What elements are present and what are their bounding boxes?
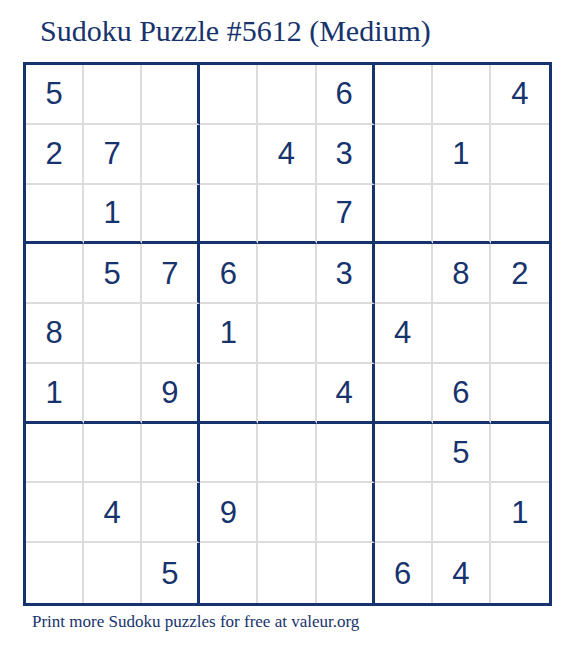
sudoku-cell-r6c8[interactable]: 6 [433,364,491,424]
sudoku-cell-r6c9[interactable] [491,364,549,424]
sudoku-cell-r7c7[interactable] [375,424,433,484]
sudoku-cell-r2c9[interactable] [491,125,549,185]
sudoku-cell-r7c3[interactable] [142,424,200,484]
sudoku-cell-r5c1[interactable]: 8 [26,304,84,364]
sudoku-cell-r5c2[interactable] [84,304,142,364]
sudoku-cell-r2c4[interactable] [200,125,258,185]
sudoku-cell-r3c7[interactable] [375,185,433,245]
sudoku-cell-r7c6[interactable] [317,424,375,484]
sudoku-cell-r4c3[interactable]: 7 [142,244,200,304]
sudoku-cell-r1c5[interactable] [258,65,316,125]
sudoku-cell-r9c4[interactable] [200,543,258,603]
sudoku-cell-r2c2[interactable]: 7 [84,125,142,185]
sudoku-cell-r2c3[interactable] [142,125,200,185]
sudoku-cell-r9c6[interactable] [317,543,375,603]
sudoku-cell-r4c6[interactable]: 3 [317,244,375,304]
sudoku-cell-r4c8[interactable]: 8 [433,244,491,304]
sudoku-cell-r1c9[interactable]: 4 [491,65,549,125]
sudoku-cell-r7c9[interactable] [491,424,549,484]
sudoku-cell-r3c5[interactable] [258,185,316,245]
sudoku-cell-r5c5[interactable] [258,304,316,364]
sudoku-cell-r7c4[interactable] [200,424,258,484]
sudoku-cell-r9c3[interactable]: 5 [142,543,200,603]
sudoku-cell-r3c9[interactable] [491,185,549,245]
sudoku-cell-r1c3[interactable] [142,65,200,125]
sudoku-cell-r3c4[interactable] [200,185,258,245]
sudoku-board: 564274311757638281419465491564 [23,62,552,606]
puzzle-title: Sudoku Puzzle #5612 (Medium) [40,14,431,48]
sudoku-cell-r6c7[interactable] [375,364,433,424]
sudoku-cell-r6c5[interactable] [258,364,316,424]
sudoku-cell-r9c5[interactable] [258,543,316,603]
sudoku-cell-r2c5[interactable]: 4 [258,125,316,185]
sudoku-cell-r1c7[interactable] [375,65,433,125]
sudoku-cell-r3c2[interactable]: 1 [84,185,142,245]
sudoku-cell-r8c4[interactable]: 9 [200,483,258,543]
sudoku-cell-r8c6[interactable] [317,483,375,543]
sudoku-cell-r4c2[interactable]: 5 [84,244,142,304]
sudoku-cell-r1c2[interactable] [84,65,142,125]
sudoku-cell-r1c6[interactable]: 6 [317,65,375,125]
sudoku-cell-r4c5[interactable] [258,244,316,304]
sudoku-cell-r8c2[interactable]: 4 [84,483,142,543]
sudoku-cell-r4c7[interactable] [375,244,433,304]
sudoku-cell-r8c3[interactable] [142,483,200,543]
sudoku-cell-r9c9[interactable] [491,543,549,603]
sudoku-cell-r4c9[interactable]: 2 [491,244,549,304]
footer-note: Print more Sudoku puzzles for free at va… [32,612,359,632]
sudoku-cell-r9c2[interactable] [84,543,142,603]
sudoku-cell-r7c2[interactable] [84,424,142,484]
sudoku-cell-r5c3[interactable] [142,304,200,364]
sudoku-cell-r5c7[interactable]: 4 [375,304,433,364]
sudoku-cell-r5c4[interactable]: 1 [200,304,258,364]
sudoku-cell-r7c8[interactable]: 5 [433,424,491,484]
sudoku-cell-r5c9[interactable] [491,304,549,364]
sudoku-cell-r1c4[interactable] [200,65,258,125]
sudoku-cell-r6c4[interactable] [200,364,258,424]
sudoku-cell-r9c1[interactable] [26,543,84,603]
sudoku-cell-r9c8[interactable]: 4 [433,543,491,603]
sudoku-cell-r2c6[interactable]: 3 [317,125,375,185]
sudoku-cell-r3c3[interactable] [142,185,200,245]
sudoku-cell-r3c6[interactable]: 7 [317,185,375,245]
sudoku-cell-r1c1[interactable]: 5 [26,65,84,125]
sudoku-page: Sudoku Puzzle #5612 (Medium) 56427431175… [0,0,574,651]
sudoku-cell-r8c1[interactable] [26,483,84,543]
sudoku-cell-r6c1[interactable]: 1 [26,364,84,424]
sudoku-cell-r8c9[interactable]: 1 [491,483,549,543]
sudoku-cell-r5c6[interactable] [317,304,375,364]
sudoku-cell-r6c6[interactable]: 4 [317,364,375,424]
sudoku-cell-r6c3[interactable]: 9 [142,364,200,424]
sudoku-cell-r7c5[interactable] [258,424,316,484]
sudoku-cell-r8c8[interactable] [433,483,491,543]
sudoku-cell-r3c1[interactable] [26,185,84,245]
sudoku-cell-r2c8[interactable]: 1 [433,125,491,185]
sudoku-cell-r3c8[interactable] [433,185,491,245]
sudoku-cell-r4c4[interactable]: 6 [200,244,258,304]
sudoku-cell-r8c7[interactable] [375,483,433,543]
sudoku-cell-r4c1[interactable] [26,244,84,304]
sudoku-cell-r2c7[interactable] [375,125,433,185]
sudoku-cell-r1c8[interactable] [433,65,491,125]
sudoku-cell-r7c1[interactable] [26,424,84,484]
sudoku-cell-r6c2[interactable] [84,364,142,424]
sudoku-cell-r8c5[interactable] [258,483,316,543]
sudoku-cell-r5c8[interactable] [433,304,491,364]
sudoku-cell-r2c1[interactable]: 2 [26,125,84,185]
sudoku-cell-r9c7[interactable]: 6 [375,543,433,603]
